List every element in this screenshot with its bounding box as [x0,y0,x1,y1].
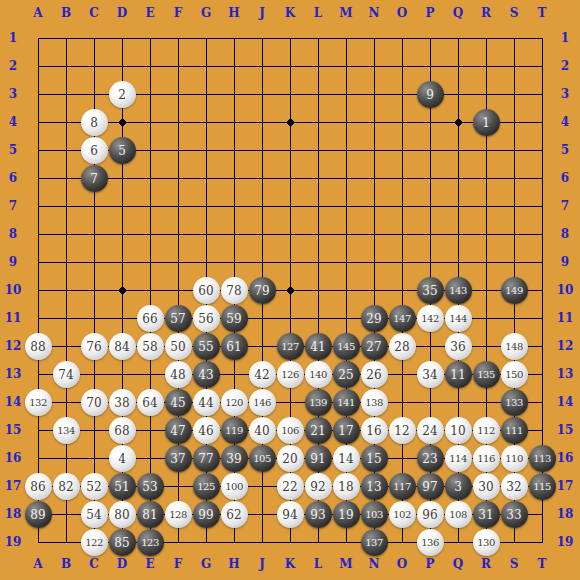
coord-top-E: E [136,2,164,24]
coord-left-12: 12 [0,332,26,360]
stone-F14[interactable]: 45 [165,389,192,416]
coord-left-15: 15 [0,416,26,444]
stone-L13[interactable]: 140 [305,361,332,388]
coord-left-10: 10 [0,276,26,304]
stone-E18[interactable]: 81 [137,501,164,528]
stone-D19[interactable]: 85 [109,529,136,556]
move-number: 58 [142,341,157,353]
move-number: 146 [253,398,271,408]
move-number: 26 [366,369,381,381]
move-number: 79 [254,285,269,297]
move-number: 141 [337,398,355,408]
move-number: 23 [422,453,437,465]
stone-K16[interactable]: 20 [277,445,304,472]
stone-L18[interactable]: 93 [305,501,332,528]
coord-top-B: B [52,2,80,24]
stone-T16[interactable]: 113 [529,445,556,472]
stone-E17[interactable]: 53 [137,473,164,500]
move-number: 143 [449,286,467,296]
stone-H11[interactable]: 59 [221,305,248,332]
move-number: 137 [365,538,383,548]
move-number: 145 [337,342,355,352]
move-number: 10 [450,425,465,437]
coord-top-D: D [108,2,136,24]
stone-Q12[interactable]: 36 [445,333,472,360]
stone-D15[interactable]: 68 [109,417,136,444]
move-number: 139 [309,398,327,408]
coord-top-S: S [500,2,528,24]
stone-H17[interactable]: 100 [221,473,248,500]
stone-J15[interactable]: 40 [249,417,276,444]
move-number: 59 [226,313,241,325]
stone-J10[interactable]: 79 [249,277,276,304]
stone-L12[interactable]: 41 [305,333,332,360]
stone-N17[interactable]: 13 [361,473,388,500]
stone-B17[interactable]: 82 [53,473,80,500]
coord-top-K: K [276,2,304,24]
coord-top-J: J [248,2,276,24]
stone-H12[interactable]: 61 [221,333,248,360]
coord-left-4: 4 [0,108,26,136]
move-number: 135 [477,370,495,380]
stone-H18[interactable]: 62 [221,501,248,528]
move-number: 76 [86,341,101,353]
coord-left-9: 9 [0,248,26,276]
move-number: 22 [282,481,297,493]
move-number: 32 [506,481,521,493]
stone-D3[interactable]: 2 [109,81,136,108]
stone-R15[interactable]: 112 [473,417,500,444]
stone-C18[interactable]: 54 [81,501,108,528]
move-number: 44 [198,397,213,409]
coord-left-8: 8 [0,220,26,248]
move-number: 29 [366,313,381,325]
stone-E14[interactable]: 64 [137,389,164,416]
move-number: 20 [282,453,297,465]
move-number: 116 [477,454,495,464]
coord-top-O: O [388,2,416,24]
move-number: 133 [505,398,523,408]
move-number: 41 [310,341,325,353]
move-number: 81 [142,509,157,521]
move-number: 38 [114,397,129,409]
coord-left-19: 19 [0,528,26,556]
stone-A14[interactable]: 132 [25,389,52,416]
move-number: 110 [505,454,523,464]
move-number: 25 [338,369,353,381]
stone-E19[interactable]: 123 [137,529,164,556]
stone-L14[interactable]: 139 [305,389,332,416]
stone-K17[interactable]: 22 [277,473,304,500]
coord-left-16: 16 [0,444,26,472]
stone-P19[interactable]: 136 [417,529,444,556]
move-number: 122 [85,538,103,548]
stone-H10[interactable]: 78 [221,277,248,304]
coord-top-N: N [360,2,388,24]
stone-C5[interactable]: 6 [81,137,108,164]
stone-R4[interactable]: 1 [473,109,500,136]
stone-F13[interactable]: 48 [165,361,192,388]
move-number: 24 [422,425,437,437]
coord-top-A: A [24,2,52,24]
stone-A12[interactable]: 88 [25,333,52,360]
stone-J14[interactable]: 146 [249,389,276,416]
stone-Q17[interactable]: 3 [445,473,472,500]
move-number: 120 [225,398,243,408]
move-number: 12 [394,425,409,437]
move-number: 17 [338,425,353,437]
stone-S16[interactable]: 110 [501,445,528,472]
move-number: 9 [426,89,434,101]
move-number: 46 [198,425,213,437]
move-number: 105 [253,454,271,464]
stone-G14[interactable]: 44 [193,389,220,416]
move-number: 148 [505,342,523,352]
stones-layer: 1234567891011121314151617181920212223242… [24,24,556,556]
coord-top-C: C [80,2,108,24]
stone-C19[interactable]: 122 [81,529,108,556]
move-number: 102 [393,510,411,520]
stone-N16[interactable]: 15 [361,445,388,472]
move-number: 132 [29,398,47,408]
stone-L16[interactable]: 91 [305,445,332,472]
move-number: 91 [310,453,325,465]
move-number: 96 [422,509,437,521]
stone-R19[interactable]: 130 [473,529,500,556]
move-number: 54 [86,509,101,521]
move-number: 77 [198,453,213,465]
move-number: 147 [393,314,411,324]
coord-left-3: 3 [0,80,26,108]
stone-M16[interactable]: 14 [333,445,360,472]
move-number: 94 [282,509,297,521]
move-number: 55 [198,341,213,353]
move-number: 30 [478,481,493,493]
move-number: 40 [254,425,269,437]
stone-T17[interactable]: 115 [529,473,556,500]
stone-O18[interactable]: 102 [389,501,416,528]
go-board[interactable]: ABCDEFGHJKLMNOPQRST ABCDEFGHJKLMNOPQRST … [0,0,580,580]
stone-R17[interactable]: 30 [473,473,500,500]
coord-left-14: 14 [0,388,26,416]
coord-left-13: 13 [0,360,26,388]
move-number: 39 [226,453,241,465]
move-number: 14 [338,453,353,465]
move-number: 21 [310,425,325,437]
move-number: 85 [114,537,129,549]
move-number: 48 [170,369,185,381]
stone-N18[interactable]: 103 [361,501,388,528]
stone-J16[interactable]: 105 [249,445,276,472]
move-number: 140 [309,370,327,380]
stone-P15[interactable]: 24 [417,417,444,444]
move-number: 125 [197,482,215,492]
stone-Q10[interactable]: 143 [445,277,472,304]
move-number: 27 [366,341,381,353]
move-number: 149 [505,286,523,296]
stone-C14[interactable]: 70 [81,389,108,416]
move-number: 6 [90,145,98,157]
stone-N12[interactable]: 27 [361,333,388,360]
stone-G17[interactable]: 125 [193,473,220,500]
stone-M17[interactable]: 18 [333,473,360,500]
move-number: 62 [226,509,241,521]
move-number: 18 [338,481,353,493]
move-number: 57 [170,313,185,325]
stone-C12[interactable]: 76 [81,333,108,360]
stone-L15[interactable]: 21 [305,417,332,444]
move-number: 78 [226,285,241,297]
stone-K12[interactable]: 127 [277,333,304,360]
stone-R16[interactable]: 116 [473,445,500,472]
move-number: 43 [198,369,213,381]
move-number: 92 [310,481,325,493]
coord-left-11: 11 [0,304,26,332]
move-number: 113 [533,454,551,464]
move-number: 13 [366,481,381,493]
move-number: 82 [58,481,73,493]
move-number: 51 [114,481,129,493]
move-number: 61 [226,341,241,353]
move-number: 2 [118,89,126,101]
stone-F18[interactable]: 128 [165,501,192,528]
stone-S13[interactable]: 150 [501,361,528,388]
stone-P3[interactable]: 9 [417,81,444,108]
stone-D18[interactable]: 80 [109,501,136,528]
coord-top-R: R [472,2,500,24]
stone-N11[interactable]: 29 [361,305,388,332]
stone-H15[interactable]: 119 [221,417,248,444]
move-number: 37 [170,453,185,465]
move-number: 130 [477,538,495,548]
stone-B13[interactable]: 74 [53,361,80,388]
stone-Q11[interactable]: 144 [445,305,472,332]
stone-M15[interactable]: 17 [333,417,360,444]
stone-B15[interactable]: 134 [53,417,80,444]
move-number: 50 [170,341,185,353]
move-number: 5 [118,145,126,157]
move-number: 74 [58,369,73,381]
coord-top-F: F [164,2,192,24]
move-number: 127 [281,342,299,352]
stone-G13[interactable]: 43 [193,361,220,388]
move-number: 138 [365,398,383,408]
stone-R18[interactable]: 31 [473,501,500,528]
stone-K18[interactable]: 94 [277,501,304,528]
stone-L17[interactable]: 92 [305,473,332,500]
coord-left-7: 7 [0,192,26,220]
stone-G11[interactable]: 56 [193,305,220,332]
move-number: 119 [225,426,243,436]
stone-M18[interactable]: 19 [333,501,360,528]
move-number: 117 [393,482,411,492]
stone-A17[interactable]: 86 [25,473,52,500]
stone-R13[interactable]: 135 [473,361,500,388]
move-number: 8 [90,117,98,129]
move-number: 114 [449,454,467,464]
stone-N14[interactable]: 138 [361,389,388,416]
move-number: 3 [454,481,462,493]
row-labels-left: 12345678910111213141516171819 [0,24,26,556]
stone-P11[interactable]: 142 [417,305,444,332]
stone-N13[interactable]: 26 [361,361,388,388]
move-number: 31 [478,509,493,521]
move-number: 89 [30,509,45,521]
move-number: 42 [254,369,269,381]
stone-Q13[interactable]: 11 [445,361,472,388]
move-number: 100 [225,482,243,492]
coord-left-2: 2 [0,52,26,80]
stone-D12[interactable]: 84 [109,333,136,360]
move-number: 16 [366,425,381,437]
stone-S12[interactable]: 148 [501,333,528,360]
stone-A18[interactable]: 89 [25,501,52,528]
move-number: 99 [198,509,213,521]
move-number: 136 [421,538,439,548]
stone-O11[interactable]: 147 [389,305,416,332]
move-number: 115 [533,482,551,492]
stone-N15[interactable]: 16 [361,417,388,444]
stone-K13[interactable]: 126 [277,361,304,388]
stone-S10[interactable]: 149 [501,277,528,304]
move-number: 128 [169,510,187,520]
stone-G15[interactable]: 46 [193,417,220,444]
stone-G16[interactable]: 77 [193,445,220,472]
stone-P10[interactable]: 35 [417,277,444,304]
coord-top-P: P [416,2,444,24]
move-number: 88 [30,341,45,353]
move-number: 28 [394,341,409,353]
stone-Q18[interactable]: 108 [445,501,472,528]
move-number: 70 [86,397,101,409]
move-number: 1 [482,117,490,129]
move-number: 86 [30,481,45,493]
move-number: 111 [505,426,523,436]
move-number: 52 [86,481,101,493]
stone-S18[interactable]: 33 [501,501,528,528]
stone-O15[interactable]: 12 [389,417,416,444]
move-number: 97 [422,481,437,493]
move-number: 56 [198,313,213,325]
move-number: 36 [450,341,465,353]
stone-P13[interactable]: 34 [417,361,444,388]
stone-E11[interactable]: 66 [137,305,164,332]
move-number: 103 [365,510,383,520]
move-number: 93 [310,509,325,521]
coord-top-T: T [528,2,556,24]
move-number: 142 [421,314,439,324]
move-number: 34 [422,369,437,381]
coord-top-G: G [192,2,220,24]
move-number: 126 [281,370,299,380]
stone-P18[interactable]: 96 [417,501,444,528]
stone-C6[interactable]: 7 [81,165,108,192]
stone-G10[interactable]: 60 [193,277,220,304]
coord-top-M: M [332,2,360,24]
stone-D16[interactable]: 4 [109,445,136,472]
stone-F15[interactable]: 47 [165,417,192,444]
stone-P16[interactable]: 23 [417,445,444,472]
stone-S14[interactable]: 133 [501,389,528,416]
coord-top-Q: Q [444,2,472,24]
stone-Q15[interactable]: 10 [445,417,472,444]
stone-P17[interactable]: 97 [417,473,444,500]
stone-D17[interactable]: 51 [109,473,136,500]
stone-G18[interactable]: 99 [193,501,220,528]
coord-left-5: 5 [0,136,26,164]
stone-F12[interactable]: 50 [165,333,192,360]
stone-Q16[interactable]: 114 [445,445,472,472]
move-number: 66 [142,313,157,325]
stone-C17[interactable]: 52 [81,473,108,500]
move-number: 35 [422,285,437,297]
move-number: 11 [450,369,465,381]
stone-O17[interactable]: 117 [389,473,416,500]
move-number: 19 [338,509,353,521]
move-number: 80 [114,509,129,521]
stone-D14[interactable]: 38 [109,389,136,416]
move-number: 33 [506,509,521,521]
move-number: 123 [141,538,159,548]
move-number: 53 [142,481,157,493]
stone-F16[interactable]: 37 [165,445,192,472]
stone-K15[interactable]: 106 [277,417,304,444]
stone-J13[interactable]: 42 [249,361,276,388]
coord-left-6: 6 [0,164,26,192]
move-number: 64 [142,397,157,409]
move-number: 47 [170,425,185,437]
move-number: 108 [449,510,467,520]
stone-N19[interactable]: 137 [361,529,388,556]
move-number: 106 [281,426,299,436]
stone-O12[interactable]: 28 [389,333,416,360]
stone-G12[interactable]: 55 [193,333,220,360]
stone-M12[interactable]: 145 [333,333,360,360]
stone-E12[interactable]: 58 [137,333,164,360]
move-number: 150 [505,370,523,380]
move-number: 68 [114,425,129,437]
stone-D5[interactable]: 5 [109,137,136,164]
stone-H14[interactable]: 120 [221,389,248,416]
coord-left-18: 18 [0,500,26,528]
move-number: 84 [114,341,129,353]
coord-left-17: 17 [0,472,26,500]
coord-top-H: H [220,2,248,24]
coord-left-1: 1 [0,24,26,52]
stone-M14[interactable]: 141 [333,389,360,416]
move-number: 112 [477,426,495,436]
stone-M13[interactable]: 25 [333,361,360,388]
move-number: 134 [57,426,75,436]
stone-F11[interactable]: 57 [165,305,192,332]
move-number: 7 [90,173,98,185]
move-number: 45 [170,397,185,409]
move-number: 144 [449,314,467,324]
stone-S17[interactable]: 32 [501,473,528,500]
stone-S15[interactable]: 111 [501,417,528,444]
move-number: 60 [198,285,213,297]
stone-H16[interactable]: 39 [221,445,248,472]
move-number: 15 [366,453,381,465]
move-number: 4 [118,453,126,465]
column-labels-top: ABCDEFGHJKLMNOPQRST [24,2,556,24]
coord-top-L: L [304,2,332,24]
stone-C4[interactable]: 8 [81,109,108,136]
